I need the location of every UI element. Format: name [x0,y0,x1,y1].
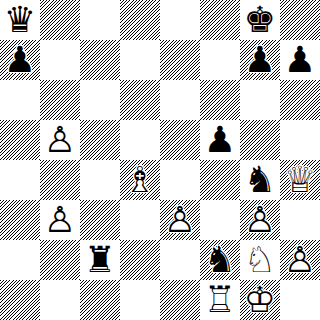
square-g8[interactable]: ♚♚ [240,0,280,40]
piece-black-queen[interactable]: ♛♛ [0,0,40,40]
square-b8[interactable] [40,0,80,40]
square-f3[interactable] [200,200,240,240]
piece-black-pawn[interactable]: ♟♟ [280,40,320,80]
square-d7[interactable] [120,40,160,80]
piece-black-king[interactable]: ♚♚ [240,0,280,40]
piece-white-pawn[interactable]: ♟♙ [40,120,80,160]
square-a1[interactable] [0,280,40,320]
square-c5[interactable] [80,120,120,160]
piece-glyph: ♞ [240,160,280,200]
piece-glyph: ♖ [200,280,240,320]
piece-glyph: ♟ [280,40,320,80]
square-h2[interactable]: ♟♙ [280,240,320,280]
piece-glyph: ♙ [40,200,80,240]
piece-white-bishop[interactable]: ♝♗ [120,160,160,200]
square-a6[interactable] [0,80,40,120]
square-e5[interactable] [160,120,200,160]
square-h6[interactable] [280,80,320,120]
square-g7[interactable]: ♟♟ [240,40,280,80]
piece-glyph: ♙ [40,120,80,160]
square-d2[interactable] [120,240,160,280]
square-f4[interactable] [200,160,240,200]
square-c8[interactable] [80,0,120,40]
square-a2[interactable] [0,240,40,280]
piece-glyph: ♛ [0,0,40,40]
square-g1[interactable]: ♚♔ [240,280,280,320]
piece-white-rook[interactable]: ♜♖ [200,280,240,320]
square-f8[interactable] [200,0,240,40]
square-d1[interactable] [120,280,160,320]
piece-white-pawn[interactable]: ♟♙ [40,200,80,240]
square-e7[interactable] [160,40,200,80]
piece-white-knight[interactable]: ♞♘ [240,240,280,280]
square-b6[interactable] [40,80,80,120]
piece-glyph: ♞ [200,240,240,280]
square-b2[interactable] [40,240,80,280]
piece-black-pawn[interactable]: ♟♟ [240,40,280,80]
piece-black-pawn[interactable]: ♟♟ [200,120,240,160]
square-a8[interactable]: ♛♛ [0,0,40,40]
square-b1[interactable] [40,280,80,320]
square-g5[interactable] [240,120,280,160]
piece-black-knight[interactable]: ♞♞ [200,240,240,280]
square-h1[interactable] [280,280,320,320]
square-g2[interactable]: ♞♘ [240,240,280,280]
piece-glyph: ♟ [0,40,40,80]
piece-glyph: ♙ [240,200,280,240]
square-e1[interactable] [160,280,200,320]
square-c7[interactable] [80,40,120,80]
piece-black-pawn[interactable]: ♟♟ [0,40,40,80]
square-c4[interactable] [80,160,120,200]
piece-glyph: ♙ [160,200,200,240]
square-b4[interactable] [40,160,80,200]
piece-glyph: ♗ [120,160,160,200]
piece-white-king[interactable]: ♚♔ [240,280,280,320]
square-a5[interactable] [0,120,40,160]
piece-black-rook[interactable]: ♜♜ [80,240,120,280]
square-a3[interactable] [0,200,40,240]
square-h4[interactable]: ♛♕ [280,160,320,200]
square-h5[interactable] [280,120,320,160]
square-d3[interactable] [120,200,160,240]
square-h7[interactable]: ♟♟ [280,40,320,80]
square-f7[interactable] [200,40,240,80]
square-d6[interactable] [120,80,160,120]
piece-glyph: ♜ [80,240,120,280]
piece-glyph: ♚ [240,0,280,40]
piece-white-pawn[interactable]: ♟♙ [240,200,280,240]
square-f1[interactable]: ♜♖ [200,280,240,320]
square-f6[interactable] [200,80,240,120]
square-e4[interactable] [160,160,200,200]
square-g3[interactable]: ♟♙ [240,200,280,240]
square-e8[interactable] [160,0,200,40]
square-c6[interactable] [80,80,120,120]
piece-white-pawn[interactable]: ♟♙ [160,200,200,240]
piece-white-pawn[interactable]: ♟♙ [280,240,320,280]
square-a7[interactable]: ♟♟ [0,40,40,80]
square-d8[interactable] [120,0,160,40]
square-f5[interactable]: ♟♟ [200,120,240,160]
piece-glyph: ♙ [280,240,320,280]
square-b3[interactable]: ♟♙ [40,200,80,240]
square-g6[interactable] [240,80,280,120]
square-g4[interactable]: ♞♞ [240,160,280,200]
square-e6[interactable] [160,80,200,120]
square-e3[interactable]: ♟♙ [160,200,200,240]
square-c3[interactable] [80,200,120,240]
square-e2[interactable] [160,240,200,280]
chess-board: ♛♛♚♚♟♟♟♟♟♟♟♙♟♟♝♗♞♞♛♕♟♙♟♙♟♙♜♜♞♞♞♘♟♙♜♖♚♔ [0,0,320,320]
square-d4[interactable]: ♝♗ [120,160,160,200]
piece-black-knight[interactable]: ♞♞ [240,160,280,200]
square-a4[interactable] [0,160,40,200]
piece-glyph: ♘ [240,240,280,280]
square-b5[interactable]: ♟♙ [40,120,80,160]
piece-white-queen[interactable]: ♛♕ [280,160,320,200]
square-c1[interactable] [80,280,120,320]
square-h8[interactable] [280,0,320,40]
square-h3[interactable] [280,200,320,240]
square-c2[interactable]: ♜♜ [80,240,120,280]
piece-glyph: ♟ [240,40,280,80]
piece-glyph: ♔ [240,280,280,320]
square-b7[interactable] [40,40,80,80]
square-f2[interactable]: ♞♞ [200,240,240,280]
piece-glyph: ♕ [280,160,320,200]
piece-glyph: ♟ [200,120,240,160]
square-d5[interactable] [120,120,160,160]
